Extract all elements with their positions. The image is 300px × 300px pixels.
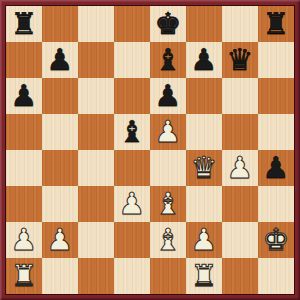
square-e2[interactable]: ♝ — [150, 222, 186, 258]
square-c1[interactable] — [78, 258, 114, 294]
piece-black-king-e8[interactable]: ♚ — [155, 6, 182, 42]
square-f5[interactable] — [186, 114, 222, 150]
piece-white-king-h2[interactable]: ♚ — [263, 222, 290, 258]
square-f4[interactable]: ♛ — [186, 150, 222, 186]
piece-black-pawn-h4[interactable]: ♟ — [263, 150, 290, 186]
square-e4[interactable] — [150, 150, 186, 186]
square-g4[interactable]: ♟ — [222, 150, 258, 186]
square-f6[interactable] — [186, 78, 222, 114]
square-h2[interactable]: ♚ — [258, 222, 294, 258]
square-e7[interactable]: ♝ — [150, 42, 186, 78]
square-g2[interactable] — [222, 222, 258, 258]
piece-white-pawn-d3[interactable]: ♟ — [119, 186, 146, 222]
square-a8[interactable]: ♜ — [6, 6, 42, 42]
square-e1[interactable] — [150, 258, 186, 294]
piece-white-bishop-e3[interactable]: ♝ — [155, 186, 182, 222]
square-f7[interactable]: ♟ — [186, 42, 222, 78]
piece-white-pawn-f2[interactable]: ♟ — [191, 222, 218, 258]
square-d2[interactable] — [114, 222, 150, 258]
square-d3[interactable]: ♟ — [114, 186, 150, 222]
square-f2[interactable]: ♟ — [186, 222, 222, 258]
square-b5[interactable] — [42, 114, 78, 150]
piece-black-bishop-e7[interactable]: ♝ — [155, 42, 182, 78]
square-d7[interactable] — [114, 42, 150, 78]
square-h7[interactable] — [258, 42, 294, 78]
square-a4[interactable] — [6, 150, 42, 186]
square-d6[interactable] — [114, 78, 150, 114]
square-b3[interactable] — [42, 186, 78, 222]
square-a5[interactable] — [6, 114, 42, 150]
square-a3[interactable] — [6, 186, 42, 222]
square-h3[interactable] — [258, 186, 294, 222]
piece-white-pawn-b2[interactable]: ♟ — [47, 222, 74, 258]
square-a2[interactable]: ♟ — [6, 222, 42, 258]
square-b6[interactable] — [42, 78, 78, 114]
square-d4[interactable] — [114, 150, 150, 186]
chess-board: ♜♚♜♟♝♟♛♟♟♝♟♛♟♟♟♝♟♟♝♟♚♜♜ — [5, 5, 295, 295]
square-h5[interactable] — [258, 114, 294, 150]
piece-black-queen-g7[interactable]: ♛ — [227, 42, 254, 78]
square-g7[interactable]: ♛ — [222, 42, 258, 78]
square-h4[interactable]: ♟ — [258, 150, 294, 186]
square-c2[interactable] — [78, 222, 114, 258]
piece-black-bishop-d5[interactable]: ♝ — [119, 114, 146, 150]
piece-white-rook-f1[interactable]: ♜ — [191, 258, 218, 294]
square-d5[interactable]: ♝ — [114, 114, 150, 150]
square-g6[interactable] — [222, 78, 258, 114]
square-h8[interactable]: ♜ — [258, 6, 294, 42]
square-e3[interactable]: ♝ — [150, 186, 186, 222]
square-c4[interactable] — [78, 150, 114, 186]
square-g8[interactable] — [222, 6, 258, 42]
square-f8[interactable] — [186, 6, 222, 42]
piece-black-pawn-b7[interactable]: ♟ — [47, 42, 74, 78]
square-f3[interactable] — [186, 186, 222, 222]
square-e6[interactable]: ♟ — [150, 78, 186, 114]
piece-black-rook-h8[interactable]: ♜ — [263, 6, 290, 42]
square-a6[interactable]: ♟ — [6, 78, 42, 114]
piece-black-rook-a8[interactable]: ♜ — [11, 6, 38, 42]
square-g5[interactable] — [222, 114, 258, 150]
square-h6[interactable] — [258, 78, 294, 114]
square-c6[interactable] — [78, 78, 114, 114]
square-g3[interactable] — [222, 186, 258, 222]
square-g1[interactable] — [222, 258, 258, 294]
square-c8[interactable] — [78, 6, 114, 42]
square-a7[interactable] — [6, 42, 42, 78]
square-c7[interactable] — [78, 42, 114, 78]
piece-white-pawn-g4[interactable]: ♟ — [227, 150, 254, 186]
square-d8[interactable] — [114, 6, 150, 42]
board-frame: ♜♚♜♟♝♟♛♟♟♝♟♛♟♟♟♝♟♟♝♟♚♜♜ — [0, 0, 300, 300]
square-a1[interactable]: ♜ — [6, 258, 42, 294]
square-b8[interactable] — [42, 6, 78, 42]
square-e8[interactable]: ♚ — [150, 6, 186, 42]
square-e5[interactable]: ♟ — [150, 114, 186, 150]
piece-black-pawn-a6[interactable]: ♟ — [11, 78, 38, 114]
piece-white-queen-f4[interactable]: ♛ — [191, 150, 218, 186]
piece-white-rook-a1[interactable]: ♜ — [11, 258, 38, 294]
piece-white-pawn-e5[interactable]: ♟ — [155, 114, 182, 150]
piece-black-pawn-f7[interactable]: ♟ — [191, 42, 218, 78]
square-b2[interactable]: ♟ — [42, 222, 78, 258]
square-c3[interactable] — [78, 186, 114, 222]
square-b4[interactable] — [42, 150, 78, 186]
square-f1[interactable]: ♜ — [186, 258, 222, 294]
square-h1[interactable] — [258, 258, 294, 294]
square-d1[interactable] — [114, 258, 150, 294]
square-c5[interactable] — [78, 114, 114, 150]
square-b1[interactable] — [42, 258, 78, 294]
piece-white-pawn-a2[interactable]: ♟ — [11, 222, 38, 258]
piece-black-pawn-e6[interactable]: ♟ — [155, 78, 182, 114]
piece-white-bishop-e2[interactable]: ♝ — [155, 222, 182, 258]
square-b7[interactable]: ♟ — [42, 42, 78, 78]
